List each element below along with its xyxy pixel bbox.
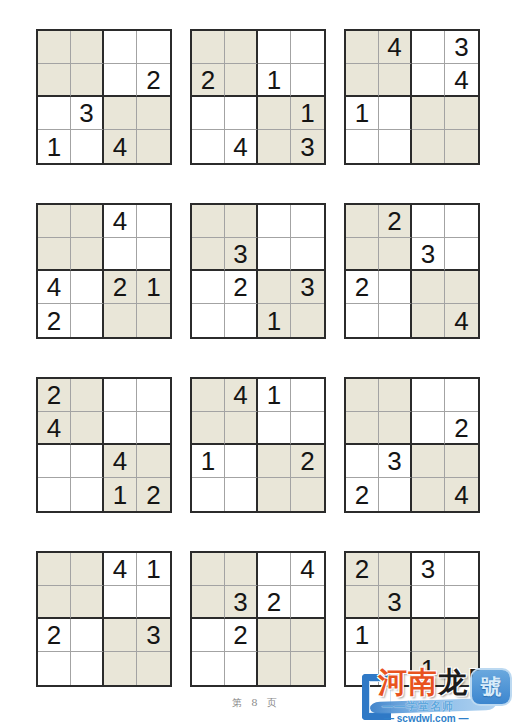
sudoku-board-1: 2314 <box>36 29 172 165</box>
puzzle2-cell-r3c3 <box>258 97 291 130</box>
puzzle8-cell-r4c1 <box>192 478 225 511</box>
puzzle4-cell-r4c2 <box>71 304 104 337</box>
puzzle7-cell-r3c2 <box>71 445 104 478</box>
puzzle6-cell-r4c4: 4 <box>445 304 478 337</box>
puzzle3-cell-r1c1 <box>346 31 379 64</box>
puzzle10-cell-r3c3 <box>104 619 137 652</box>
puzzle6-cell-r3c4 <box>445 271 478 304</box>
puzzle2-cell-r1c3 <box>258 31 291 64</box>
puzzle11-cell-r4c2 <box>225 652 258 685</box>
puzzle1-cell-r4c3: 4 <box>104 130 137 163</box>
puzzle11-cell-r4c4 <box>291 652 324 685</box>
puzzle2-cell-r1c4 <box>291 31 324 64</box>
puzzle7-cell-r1c1: 2 <box>38 379 71 412</box>
puzzle12-cell-r1c4 <box>445 553 478 586</box>
puzzle4-cell-r1c2 <box>71 205 104 238</box>
puzzle12-cell-r4c1 <box>346 652 379 685</box>
sudoku-board-10: 4123 <box>36 551 172 687</box>
puzzle11-cell-r2c3: 2 <box>258 586 291 619</box>
puzzle7-cell-r4c2 <box>71 478 104 511</box>
puzzle1-cell-r3c1 <box>38 97 71 130</box>
puzzle6-cell-r2c2 <box>379 238 412 271</box>
puzzle6-cell-r2c3: 3 <box>412 238 445 271</box>
puzzle4-cell-r3c4: 1 <box>137 271 170 304</box>
puzzle3-cell-r2c3 <box>412 64 445 97</box>
puzzle9-cell-r1c4 <box>445 379 478 412</box>
puzzle12-cell-r2c4 <box>445 586 478 619</box>
watermark-url: — scwdwl.com — <box>384 713 508 724</box>
puzzle3-cell-r1c2: 4 <box>379 31 412 64</box>
puzzle4-cell-r4c3 <box>104 304 137 337</box>
puzzle3-cell-r3c2 <box>379 97 412 130</box>
puzzle1-cell-r2c2 <box>71 64 104 97</box>
puzzle7-cell-r3c1 <box>38 445 71 478</box>
puzzle1-cell-r3c3 <box>104 97 137 130</box>
sudoku-board-8: 4112 <box>190 377 326 513</box>
puzzle12-cell-r1c1: 2 <box>346 553 379 586</box>
puzzle2-cell-r1c2 <box>225 31 258 64</box>
sudoku-board-9: 2324 <box>344 377 480 513</box>
puzzle9-cell-r4c4: 4 <box>445 478 478 511</box>
puzzle8-cell-r2c4 <box>291 412 324 445</box>
sudoku-board-5: 3231 <box>190 203 326 339</box>
puzzle6-cell-r2c1 <box>346 238 379 271</box>
puzzle3-cell-r4c4 <box>445 130 478 163</box>
puzzle10-cell-r4c3 <box>104 652 137 685</box>
puzzle7-cell-r2c4 <box>137 412 170 445</box>
puzzle3-cell-r4c2 <box>379 130 412 163</box>
puzzle12-cell-r4c3: 1 <box>412 652 445 685</box>
puzzle2-cell-r2c3: 1 <box>258 64 291 97</box>
puzzle2-cell-r4c1 <box>192 130 225 163</box>
puzzle6-cell-r1c2: 2 <box>379 205 412 238</box>
puzzle12-cell-r2c1 <box>346 586 379 619</box>
puzzle12-cell-r4c2 <box>379 652 412 685</box>
puzzle3-cell-r2c4: 4 <box>445 64 478 97</box>
puzzle7-cell-r3c4 <box>137 445 170 478</box>
puzzle3-cell-r1c4: 3 <box>445 31 478 64</box>
puzzle1-cell-r1c4 <box>137 31 170 64</box>
sudoku-board-4: 44212 <box>36 203 172 339</box>
puzzle7-cell-r1c3 <box>104 379 137 412</box>
puzzle9-cell-r1c3 <box>412 379 445 412</box>
puzzle5-cell-r3c3 <box>258 271 291 304</box>
puzzle1-cell-r2c4: 2 <box>137 64 170 97</box>
puzzle7-cell-r4c1 <box>38 478 71 511</box>
puzzle6-cell-r3c3 <box>412 271 445 304</box>
puzzle5-cell-r4c1 <box>192 304 225 337</box>
puzzle1-cell-r1c2 <box>71 31 104 64</box>
puzzle10-cell-r2c2 <box>71 586 104 619</box>
puzzle10-cell-r1c4: 1 <box>137 553 170 586</box>
puzzle12-cell-r4c4 <box>445 652 478 685</box>
sudoku-board-12: 23311 <box>344 551 480 687</box>
puzzle-sheet: 2314211434341442123231232424412411223244… <box>36 29 480 687</box>
puzzle9-cell-r3c4 <box>445 445 478 478</box>
puzzle10-cell-r1c3: 4 <box>104 553 137 586</box>
puzzle5-cell-r4c4 <box>291 304 324 337</box>
puzzle2-cell-r3c1 <box>192 97 225 130</box>
sudoku-board-3: 4341 <box>344 29 480 165</box>
puzzle3-cell-r3c3 <box>412 97 445 130</box>
puzzle10-cell-r2c1 <box>38 586 71 619</box>
puzzle8-cell-r1c1 <box>192 379 225 412</box>
puzzle2-cell-r4c2: 4 <box>225 130 258 163</box>
puzzle9-cell-r4c3 <box>412 478 445 511</box>
puzzle11-cell-r3c4 <box>291 619 324 652</box>
puzzle4-cell-r2c3 <box>104 238 137 271</box>
puzzle4-cell-r2c4 <box>137 238 170 271</box>
puzzle2-cell-r3c2 <box>225 97 258 130</box>
puzzle3-cell-r3c1: 1 <box>346 97 379 130</box>
puzzle10-cell-r1c2 <box>71 553 104 586</box>
puzzle11-cell-r2c4 <box>291 586 324 619</box>
puzzle11-cell-r1c2 <box>225 553 258 586</box>
puzzle9-cell-r3c2: 3 <box>379 445 412 478</box>
puzzle7-cell-r1c2 <box>71 379 104 412</box>
puzzle9-cell-r1c2 <box>379 379 412 412</box>
puzzle8-cell-r4c4 <box>291 478 324 511</box>
puzzle8-cell-r3c4: 2 <box>291 445 324 478</box>
puzzle11-cell-r1c3 <box>258 553 291 586</box>
puzzle11-cell-r4c3 <box>258 652 291 685</box>
puzzle6-cell-r3c2 <box>379 271 412 304</box>
puzzle4-cell-r1c4 <box>137 205 170 238</box>
puzzle3-cell-r2c2 <box>379 64 412 97</box>
puzzle10-cell-r4c1 <box>38 652 71 685</box>
puzzle5-cell-r1c1 <box>192 205 225 238</box>
puzzle1-cell-r2c1 <box>38 64 71 97</box>
puzzle12-cell-r1c3: 3 <box>412 553 445 586</box>
puzzle3-cell-r4c1 <box>346 130 379 163</box>
page-footer: 第 8 页 <box>0 696 512 710</box>
puzzle3-cell-r1c3 <box>412 31 445 64</box>
puzzle8-cell-r2c3 <box>258 412 291 445</box>
puzzle8-cell-r1c4 <box>291 379 324 412</box>
puzzle2-cell-r2c2 <box>225 64 258 97</box>
puzzle9-cell-r4c1: 2 <box>346 478 379 511</box>
puzzle3-cell-r3c4 <box>445 97 478 130</box>
puzzle6-cell-r1c4 <box>445 205 478 238</box>
puzzle12-cell-r3c4 <box>445 619 478 652</box>
puzzle9-cell-r2c3 <box>412 412 445 445</box>
puzzle2-cell-r4c3 <box>258 130 291 163</box>
puzzle12-cell-r3c1: 1 <box>346 619 379 652</box>
puzzle11-cell-r3c1 <box>192 619 225 652</box>
puzzle9-cell-r2c1 <box>346 412 379 445</box>
puzzle2-cell-r3c4: 1 <box>291 97 324 130</box>
puzzle10-cell-r3c1: 2 <box>38 619 71 652</box>
puzzle7-cell-r4c4: 2 <box>137 478 170 511</box>
puzzle9-cell-r2c2 <box>379 412 412 445</box>
puzzle5-cell-r1c4 <box>291 205 324 238</box>
puzzle6-cell-r1c1 <box>346 205 379 238</box>
puzzle11-cell-r3c3 <box>258 619 291 652</box>
puzzle7-cell-r2c3 <box>104 412 137 445</box>
puzzle4-cell-r1c3: 4 <box>104 205 137 238</box>
puzzle1-cell-r1c3 <box>104 31 137 64</box>
puzzle12-cell-r1c2 <box>379 553 412 586</box>
puzzle5-cell-r2c3 <box>258 238 291 271</box>
puzzle6-cell-r1c3 <box>412 205 445 238</box>
puzzle1-cell-r3c4 <box>137 97 170 130</box>
puzzle9-cell-r4c2 <box>379 478 412 511</box>
puzzle5-cell-r1c2 <box>225 205 258 238</box>
puzzle5-cell-r3c4: 3 <box>291 271 324 304</box>
puzzle7-cell-r4c3: 1 <box>104 478 137 511</box>
puzzle1-cell-r1c1 <box>38 31 71 64</box>
sudoku-board-2: 21143 <box>190 29 326 165</box>
puzzle7-cell-r3c3: 4 <box>104 445 137 478</box>
puzzle8-cell-r4c2 <box>225 478 258 511</box>
puzzle10-cell-r4c4 <box>137 652 170 685</box>
puzzle4-cell-r1c1 <box>38 205 71 238</box>
sudoku-board-6: 2324 <box>344 203 480 339</box>
puzzle4-cell-r3c3: 2 <box>104 271 137 304</box>
puzzle4-cell-r3c1: 4 <box>38 271 71 304</box>
puzzle11-cell-r2c2: 3 <box>225 586 258 619</box>
puzzle10-cell-r2c3 <box>104 586 137 619</box>
puzzle8-cell-r3c3 <box>258 445 291 478</box>
puzzle8-cell-r3c1: 1 <box>192 445 225 478</box>
puzzle4-cell-r3c2 <box>71 271 104 304</box>
puzzle8-cell-r4c3 <box>258 478 291 511</box>
puzzle5-cell-r4c3: 1 <box>258 304 291 337</box>
puzzle5-cell-r1c3 <box>258 205 291 238</box>
puzzle7-cell-r2c2 <box>71 412 104 445</box>
puzzle10-cell-r4c2 <box>71 652 104 685</box>
puzzle12-cell-r3c3 <box>412 619 445 652</box>
sudoku-board-7: 24412 <box>36 377 172 513</box>
puzzle3-cell-r4c3 <box>412 130 445 163</box>
puzzle12-cell-r3c2 <box>379 619 412 652</box>
puzzle6-cell-r4c1 <box>346 304 379 337</box>
puzzle4-cell-r4c4 <box>137 304 170 337</box>
puzzle7-cell-r1c4 <box>137 379 170 412</box>
puzzle8-cell-r2c1 <box>192 412 225 445</box>
puzzle6-cell-r4c3 <box>412 304 445 337</box>
puzzle8-cell-r1c3: 1 <box>258 379 291 412</box>
puzzle9-cell-r3c3 <box>412 445 445 478</box>
puzzle2-cell-r2c1: 2 <box>192 64 225 97</box>
puzzle1-cell-r3c2: 3 <box>71 97 104 130</box>
puzzle2-cell-r4c4: 3 <box>291 130 324 163</box>
puzzle9-cell-r3c1 <box>346 445 379 478</box>
sudoku-board-11: 4322 <box>190 551 326 687</box>
puzzle5-cell-r2c4 <box>291 238 324 271</box>
puzzle11-cell-r2c1 <box>192 586 225 619</box>
puzzle6-cell-r3c1: 2 <box>346 271 379 304</box>
puzzle1-cell-r2c3 <box>104 64 137 97</box>
puzzle10-cell-r1c1 <box>38 553 71 586</box>
puzzle10-cell-r3c2 <box>71 619 104 652</box>
puzzle5-cell-r3c2: 2 <box>225 271 258 304</box>
puzzle6-cell-r4c2 <box>379 304 412 337</box>
puzzle4-cell-r4c1: 2 <box>38 304 71 337</box>
puzzle12-cell-r2c3 <box>412 586 445 619</box>
puzzle12-cell-r2c2: 3 <box>379 586 412 619</box>
puzzle11-cell-r4c1 <box>192 652 225 685</box>
puzzle9-cell-r1c1 <box>346 379 379 412</box>
puzzle5-cell-r4c2 <box>225 304 258 337</box>
puzzle8-cell-r2c2 <box>225 412 258 445</box>
puzzle11-cell-r1c1 <box>192 553 225 586</box>
puzzle2-cell-r2c4 <box>291 64 324 97</box>
puzzle1-cell-r4c2 <box>71 130 104 163</box>
worksheet-page: 2314211434341442123231232424412411223244… <box>0 0 512 724</box>
puzzle1-cell-r4c4 <box>137 130 170 163</box>
puzzle3-cell-r2c1 <box>346 64 379 97</box>
puzzle8-cell-r3c2 <box>225 445 258 478</box>
puzzle7-cell-r2c1: 4 <box>38 412 71 445</box>
puzzle5-cell-r2c1 <box>192 238 225 271</box>
puzzle10-cell-r2c4 <box>137 586 170 619</box>
puzzle4-cell-r2c1 <box>38 238 71 271</box>
puzzle1-cell-r4c1: 1 <box>38 130 71 163</box>
puzzle5-cell-r2c2: 3 <box>225 238 258 271</box>
puzzle2-cell-r1c1 <box>192 31 225 64</box>
puzzle11-cell-r1c4: 4 <box>291 553 324 586</box>
puzzle10-cell-r3c4: 3 <box>137 619 170 652</box>
puzzle11-cell-r3c2: 2 <box>225 619 258 652</box>
puzzle9-cell-r2c4: 2 <box>445 412 478 445</box>
puzzle8-cell-r1c2: 4 <box>225 379 258 412</box>
puzzle4-cell-r2c2 <box>71 238 104 271</box>
puzzle5-cell-r3c1 <box>192 271 225 304</box>
puzzle6-cell-r2c4 <box>445 238 478 271</box>
